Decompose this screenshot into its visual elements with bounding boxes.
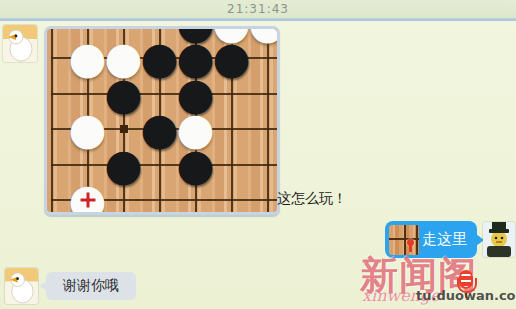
board-grid-line — [51, 164, 277, 166]
star-point — [120, 125, 128, 133]
bubble-tail — [39, 281, 47, 291]
avatar[interactable] — [5, 268, 38, 304]
watermark-site: tu.duowan.com — [416, 288, 516, 303]
go-board[interactable]: ●●●●●●●●●●●●●●●● — [44, 26, 280, 215]
board-grid-line — [51, 128, 277, 130]
chat-screenshot: 21:31:43 ●●●●●●●●●●●●●●●● 这怎么玩！ 走这里 — [0, 0, 516, 309]
avatar[interactable] — [3, 25, 37, 62]
duck-avatar-icon — [3, 25, 37, 62]
top-divider — [0, 18, 516, 21]
thanks-bubble[interactable]: 谢谢你哦 — [46, 272, 136, 300]
board-grid-line — [51, 57, 277, 59]
reply-bubble-text: 走这里 — [422, 230, 467, 249]
last-move-cross-marker — [80, 193, 95, 208]
board-grid-line — [51, 93, 277, 95]
board-caption-text: 这怎么玩！ — [277, 190, 347, 208]
chat-timestamp: 21:31:43 — [0, 2, 516, 16]
thanks-bubble-text: 谢谢你哦 — [63, 277, 119, 295]
avatar[interactable] — [483, 222, 515, 257]
duck-avatar-icon — [5, 268, 38, 304]
hatted-character-avatar-icon — [483, 222, 515, 257]
